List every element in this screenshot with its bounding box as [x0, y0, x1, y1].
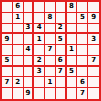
cell-r5c9-empty[interactable] [88, 45, 99, 56]
cell-r8c5-given: 1 [45, 77, 56, 88]
cell-r7c9-empty[interactable] [88, 67, 99, 78]
cell-r4c9-given: 3 [88, 34, 99, 45]
cell-r5c4-empty[interactable] [34, 45, 45, 56]
cell-r7c2-empty[interactable] [13, 67, 24, 78]
cell-r8c2-given: 2 [13, 77, 24, 88]
cell-r2c8-given: 5 [77, 13, 88, 24]
cell-r2c3-empty[interactable] [24, 13, 35, 24]
cell-r9c2-empty[interactable] [13, 88, 24, 99]
cell-r9c9-empty[interactable] [88, 88, 99, 99]
cell-r5c6-empty[interactable] [56, 45, 67, 56]
cell-r4c1-given: 9 [2, 34, 13, 45]
sudoku-board: 68185934291534715267375721697 [0, 0, 101, 101]
cell-r4c6-given: 5 [56, 34, 67, 45]
cell-r6c3-empty[interactable] [24, 56, 35, 67]
cell-r6c7-empty[interactable] [67, 56, 78, 67]
cell-r6c5-empty[interactable] [45, 56, 56, 67]
cell-r3c8-empty[interactable] [77, 24, 88, 35]
cell-r8c8-given: 6 [77, 77, 88, 88]
cell-r2c7-empty[interactable] [67, 13, 78, 24]
cell-r8c1-given: 7 [2, 77, 13, 88]
cell-r4c2-empty[interactable] [13, 34, 24, 45]
cell-r1c6-empty[interactable] [56, 2, 67, 13]
cell-r6c2-empty[interactable] [13, 56, 24, 67]
cell-r5c1-empty[interactable] [2, 45, 13, 56]
cell-r2c4-empty[interactable] [34, 13, 45, 24]
cell-r3c9-empty[interactable] [88, 24, 99, 35]
cell-r1c5-empty[interactable] [45, 2, 56, 13]
cell-r4c5-empty[interactable] [45, 34, 56, 45]
cell-r8c9-empty[interactable] [88, 77, 99, 88]
cell-r9c1-empty[interactable] [2, 88, 13, 99]
cell-r1c3-empty[interactable] [24, 2, 35, 13]
cell-r9c4-empty[interactable] [34, 88, 45, 99]
cell-r6c4-given: 2 [34, 56, 45, 67]
cell-r7c5-empty[interactable] [45, 67, 56, 78]
cell-r9c7-empty[interactable] [67, 88, 78, 99]
cell-r4c7-empty[interactable] [67, 34, 78, 45]
cell-r5c8-empty[interactable] [77, 45, 88, 56]
cell-r5c2-empty[interactable] [13, 45, 24, 56]
cell-r7c3-empty[interactable] [24, 67, 35, 78]
cell-r2c6-empty[interactable] [56, 13, 67, 24]
cell-r1c2-given: 6 [13, 2, 24, 13]
cell-r2c9-given: 9 [88, 13, 99, 24]
cell-r5c7-given: 1 [67, 45, 78, 56]
cell-r1c1-empty[interactable] [2, 2, 13, 13]
cell-r2c5-given: 8 [45, 13, 56, 24]
cell-r9c6-empty[interactable] [56, 88, 67, 99]
cell-r9c5-empty[interactable] [45, 88, 56, 99]
cell-r3c5-empty[interactable] [45, 24, 56, 35]
cell-r4c3-empty[interactable] [24, 34, 35, 45]
cell-r8c3-empty[interactable] [24, 77, 35, 88]
cell-r6c1-given: 5 [2, 56, 13, 67]
cell-r3c6-given: 2 [56, 24, 67, 35]
cell-r1c4-empty[interactable] [34, 2, 45, 13]
cell-r1c8-empty[interactable] [77, 2, 88, 13]
cell-r5c5-given: 7 [45, 45, 56, 56]
cell-r4c8-empty[interactable] [77, 34, 88, 45]
cell-r6c6-given: 6 [56, 56, 67, 67]
cell-r8c7-empty[interactable] [67, 77, 78, 88]
cell-r4c4-given: 1 [34, 34, 45, 45]
cell-r9c3-given: 9 [24, 88, 35, 99]
cell-r9c8-given: 7 [77, 88, 88, 99]
cell-r7c6-given: 7 [56, 67, 67, 78]
cell-r7c7-given: 5 [67, 67, 78, 78]
cell-r3c1-empty[interactable] [2, 24, 13, 35]
cell-r1c7-given: 8 [67, 2, 78, 13]
cell-r5c3-given: 4 [24, 45, 35, 56]
cell-r8c6-empty[interactable] [56, 77, 67, 88]
cell-r8c4-empty[interactable] [34, 77, 45, 88]
cell-r7c1-empty[interactable] [2, 67, 13, 78]
cell-r2c2-given: 1 [13, 13, 24, 24]
cell-r3c2-empty[interactable] [13, 24, 24, 35]
cell-r2c1-empty[interactable] [2, 13, 13, 24]
cell-r3c7-empty[interactable] [67, 24, 78, 35]
cell-r1c9-empty[interactable] [88, 2, 99, 13]
cell-r7c4-given: 3 [34, 67, 45, 78]
cell-r6c9-given: 7 [88, 56, 99, 67]
cell-r7c8-empty[interactable] [77, 67, 88, 78]
cell-r3c4-given: 4 [34, 24, 45, 35]
cell-r3c3-given: 3 [24, 24, 35, 35]
cell-r6c8-empty[interactable] [77, 56, 88, 67]
